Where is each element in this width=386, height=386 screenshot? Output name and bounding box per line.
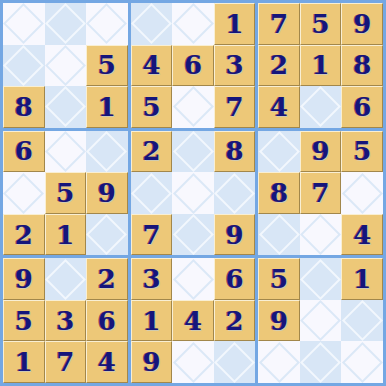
given-digit: 7 <box>226 94 244 120</box>
sudoku-cell-r1c2[interactable] <box>45 3 87 45</box>
sudoku-cell-r1c5[interactable] <box>172 3 214 45</box>
given-digit: 3 <box>226 52 244 78</box>
sudoku-cell-r3c5[interactable] <box>172 86 214 128</box>
sudoku-cell-r5c1[interactable] <box>3 172 45 214</box>
given-digit: 7 <box>56 349 74 375</box>
given-digit: 4 <box>270 94 288 120</box>
diamond-icon <box>45 3 86 44</box>
sudoku-cell-r1c4[interactable] <box>131 3 173 45</box>
diamond-icon <box>131 173 172 214</box>
sudoku-cell-r3c3: 1 <box>86 86 128 128</box>
sudoku-cell-r1c8: 5 <box>300 3 342 45</box>
diamond-icon <box>214 173 255 214</box>
sudoku-cell-r2c1[interactable] <box>3 45 45 87</box>
sudoku-cell-r3c4: 5 <box>131 86 173 128</box>
given-digit: 8 <box>226 138 244 164</box>
diamond-icon <box>3 173 44 214</box>
diamond-icon <box>300 86 341 127</box>
sudoku-cell-r9c7[interactable] <box>258 341 300 383</box>
given-digit: 6 <box>15 138 33 164</box>
diamond-icon <box>173 342 214 383</box>
sudoku-cell-r9c2: 7 <box>45 341 87 383</box>
diamond-icon <box>173 173 214 214</box>
diamond-icon <box>173 3 214 44</box>
sudoku-cell-r1c6: 1 <box>214 3 256 45</box>
sudoku-cell-r1c3[interactable] <box>86 3 128 45</box>
sudoku-box-8: 361429 <box>131 258 256 383</box>
sudoku-cell-r8c8[interactable] <box>300 300 342 342</box>
sudoku-cell-r8c9[interactable] <box>341 300 383 342</box>
diamond-icon <box>300 214 341 255</box>
given-digit: 5 <box>312 11 330 37</box>
sudoku-cell-r2c8: 1 <box>300 45 342 87</box>
sudoku-cell-r6c9: 4 <box>341 214 383 256</box>
sudoku-cell-r2c7: 2 <box>258 45 300 87</box>
sudoku-cell-r8c4: 1 <box>131 300 173 342</box>
diamond-icon <box>173 259 214 300</box>
given-digit: 7 <box>270 11 288 37</box>
given-digit: 1 <box>98 94 116 120</box>
diamond-icon <box>173 214 214 255</box>
sudoku-cell-r2c5: 6 <box>172 45 214 87</box>
given-digit: 6 <box>184 52 202 78</box>
diamond-icon <box>300 300 341 341</box>
sudoku-cell-r4c7[interactable] <box>258 131 300 173</box>
sudoku-cell-r6c2: 1 <box>45 214 87 256</box>
sudoku-board: 5811463577592184665921287995874925361743… <box>0 0 386 386</box>
diamond-icon <box>342 173 383 214</box>
diamond-icon <box>86 214 127 255</box>
sudoku-cell-r1c1[interactable] <box>3 3 45 45</box>
given-digit: 7 <box>312 180 330 206</box>
diamond-icon <box>173 86 214 127</box>
diamond-icon <box>173 131 214 172</box>
sudoku-cell-r5c6[interactable] <box>214 172 256 214</box>
sudoku-cell-r6c7[interactable] <box>258 214 300 256</box>
given-digit: 4 <box>142 52 160 78</box>
given-digit: 5 <box>353 138 371 164</box>
sudoku-box-4: 65921 <box>3 131 128 256</box>
given-digit: 4 <box>353 222 371 248</box>
given-digit: 9 <box>226 222 244 248</box>
sudoku-cell-r1c9: 9 <box>341 3 383 45</box>
given-digit: 5 <box>98 52 116 78</box>
diamond-icon <box>3 3 44 44</box>
given-digit: 1 <box>312 52 330 78</box>
sudoku-cell-r2c2[interactable] <box>45 45 87 87</box>
diamond-icon <box>86 3 127 44</box>
sudoku-cell-r3c9: 6 <box>341 86 383 128</box>
given-digit: 9 <box>98 180 116 206</box>
sudoku-cell-r3c6: 7 <box>214 86 256 128</box>
diamond-icon <box>259 214 300 255</box>
sudoku-cell-r6c1: 2 <box>3 214 45 256</box>
given-digit: 9 <box>15 266 33 292</box>
sudoku-cell-r9c9[interactable] <box>341 341 383 383</box>
sudoku-cell-r6c4: 7 <box>131 214 173 256</box>
sudoku-box-6: 95874 <box>258 131 383 256</box>
given-digit: 5 <box>270 266 288 292</box>
given-digit: 1 <box>142 308 160 334</box>
sudoku-cell-r8c3: 6 <box>86 300 128 342</box>
diamond-icon <box>45 86 86 127</box>
sudoku-cell-r4c9: 5 <box>341 131 383 173</box>
diamond-icon <box>214 342 255 383</box>
sudoku-cell-r2c3: 5 <box>86 45 128 87</box>
given-digit: 9 <box>270 308 288 334</box>
sudoku-cell-r8c2: 3 <box>45 300 87 342</box>
sudoku-cell-r7c2[interactable] <box>45 258 87 300</box>
given-digit: 3 <box>142 266 160 292</box>
given-digit: 5 <box>142 94 160 120</box>
given-digit: 4 <box>98 349 116 375</box>
diamond-icon <box>45 259 86 300</box>
sudoku-cell-r4c4: 2 <box>131 131 173 173</box>
given-digit: 1 <box>353 266 371 292</box>
sudoku-cell-r6c6: 9 <box>214 214 256 256</box>
given-digit: 8 <box>353 52 371 78</box>
sudoku-cell-r7c7: 5 <box>258 258 300 300</box>
sudoku-cell-r2c6: 3 <box>214 45 256 87</box>
sudoku-cell-r9c5[interactable] <box>172 341 214 383</box>
sudoku-cell-r5c7: 8 <box>258 172 300 214</box>
sudoku-box-9: 519 <box>258 258 383 383</box>
sudoku-cell-r5c4[interactable] <box>131 172 173 214</box>
given-digit: 2 <box>15 222 33 248</box>
sudoku-cell-r3c8[interactable] <box>300 86 342 128</box>
diamond-icon <box>259 131 300 172</box>
sudoku-cell-r9c1: 1 <box>3 341 45 383</box>
diamond-icon <box>342 300 383 341</box>
sudoku-cell-r7c9: 1 <box>341 258 383 300</box>
given-digit: 8 <box>15 94 33 120</box>
given-digit: 1 <box>56 222 74 248</box>
sudoku-cell-r3c2[interactable] <box>45 86 87 128</box>
sudoku-cell-r7c6: 6 <box>214 258 256 300</box>
diamond-icon <box>3 45 44 86</box>
diamond-icon <box>300 342 341 383</box>
sudoku-cell-r8c1: 5 <box>3 300 45 342</box>
given-digit: 5 <box>15 308 33 334</box>
sudoku-box-7: 92536174 <box>3 258 128 383</box>
given-digit: 7 <box>142 222 160 248</box>
given-digit: 3 <box>56 308 74 334</box>
sudoku-cell-r7c5[interactable] <box>172 258 214 300</box>
sudoku-cell-r4c1: 6 <box>3 131 45 173</box>
sudoku-cell-r6c3[interactable] <box>86 214 128 256</box>
sudoku-cell-r1c7: 7 <box>258 3 300 45</box>
sudoku-cell-r4c3[interactable] <box>86 131 128 173</box>
diamond-icon <box>259 342 300 383</box>
sudoku-cell-r7c3: 2 <box>86 258 128 300</box>
diamond-icon <box>86 131 127 172</box>
given-digit: 9 <box>312 138 330 164</box>
sudoku-cell-r9c3: 4 <box>86 341 128 383</box>
sudoku-box-1: 581 <box>3 3 128 128</box>
given-digit: 6 <box>98 308 116 334</box>
sudoku-cell-r7c4: 3 <box>131 258 173 300</box>
sudoku-box-2: 146357 <box>131 3 256 128</box>
given-digit: 6 <box>353 94 371 120</box>
sudoku-cell-r7c8[interactable] <box>300 258 342 300</box>
sudoku-cell-r9c4: 9 <box>131 341 173 383</box>
given-digit: 2 <box>226 308 244 334</box>
diamond-icon <box>342 342 383 383</box>
sudoku-box-3: 75921846 <box>258 3 383 128</box>
sudoku-cell-r2c9: 8 <box>341 45 383 87</box>
given-digit: 9 <box>142 349 160 375</box>
sudoku-cell-r7c1: 9 <box>3 258 45 300</box>
sudoku-cell-r2c4: 4 <box>131 45 173 87</box>
given-digit: 8 <box>270 180 288 206</box>
sudoku-cell-r3c7: 4 <box>258 86 300 128</box>
sudoku-cell-r4c8: 9 <box>300 131 342 173</box>
diamond-icon <box>300 259 341 300</box>
given-digit: 1 <box>15 349 33 375</box>
sudoku-cell-r6c8[interactable] <box>300 214 342 256</box>
sudoku-cell-r8c5: 4 <box>172 300 214 342</box>
sudoku-cell-r5c5[interactable] <box>172 172 214 214</box>
given-digit: 5 <box>56 180 74 206</box>
given-digit: 2 <box>270 52 288 78</box>
sudoku-cell-r9c8[interactable] <box>300 341 342 383</box>
sudoku-cell-r5c8: 7 <box>300 172 342 214</box>
sudoku-cell-r8c6: 2 <box>214 300 256 342</box>
sudoku-cell-r5c3: 9 <box>86 172 128 214</box>
sudoku-cell-r4c6: 8 <box>214 131 256 173</box>
given-digit: 2 <box>142 138 160 164</box>
sudoku-cell-r4c5[interactable] <box>172 131 214 173</box>
sudoku-cell-r5c2: 5 <box>45 172 87 214</box>
diamond-icon <box>45 131 86 172</box>
diamond-icon <box>131 3 172 44</box>
sudoku-cell-r3c1: 8 <box>3 86 45 128</box>
sudoku-cell-r9c6[interactable] <box>214 341 256 383</box>
diamond-icon <box>45 45 86 86</box>
sudoku-box-5: 2879 <box>131 131 256 256</box>
given-digit: 6 <box>226 266 244 292</box>
sudoku-cell-r8c7: 9 <box>258 300 300 342</box>
given-digit: 9 <box>353 11 371 37</box>
given-digit: 2 <box>98 266 116 292</box>
given-digit: 4 <box>184 308 202 334</box>
sudoku-cell-r6c5[interactable] <box>172 214 214 256</box>
sudoku-cell-r4c2[interactable] <box>45 131 87 173</box>
sudoku-cell-r5c9[interactable] <box>341 172 383 214</box>
given-digit: 1 <box>226 11 244 37</box>
